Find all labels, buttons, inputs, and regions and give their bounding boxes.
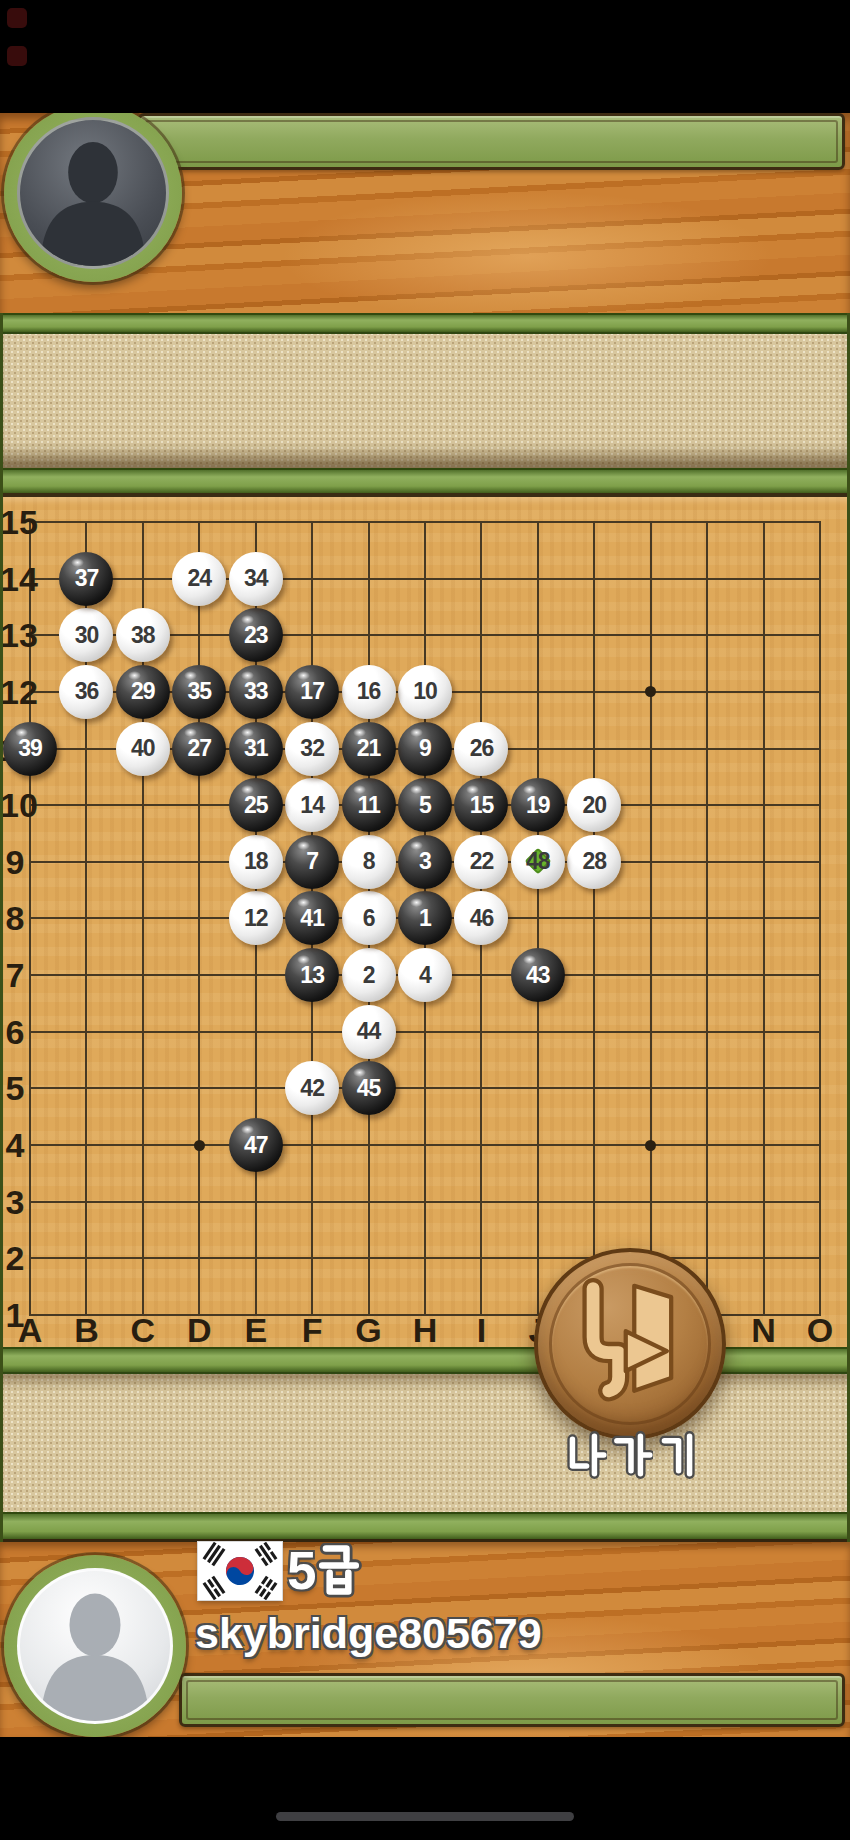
row-label: 10 (0, 788, 30, 822)
row-label: 14 (0, 562, 30, 596)
person-silhouette-icon (20, 1571, 170, 1721)
white-stone-move-38: 38 (116, 608, 170, 662)
black-stone-move-27: 27 (172, 722, 226, 776)
black-stone-move-47: 47 (229, 1118, 283, 1172)
grid-vline (706, 521, 708, 1316)
status-bar (0, 0, 850, 113)
row-label: 6 (0, 1015, 30, 1049)
black-stone-move-9: 9 (398, 722, 452, 776)
white-stone-move-24: 24 (172, 552, 226, 606)
black-stone-move-23: 23 (229, 608, 283, 662)
grid-hline (29, 1144, 821, 1146)
divider-strip-4 (0, 1512, 850, 1542)
white-stone-move-26: 26 (454, 722, 508, 776)
white-stone-move-32: 32 (285, 722, 339, 776)
row-label: 15 (0, 505, 30, 539)
white-stone-move-14: 14 (285, 778, 339, 832)
hangul-na-glyph (563, 1430, 607, 1480)
white-stone-move-22: 22 (454, 835, 508, 889)
black-stone-move-25: 25 (229, 778, 283, 832)
grid-hline (29, 1031, 821, 1033)
white-stone-move-40: 40 (116, 722, 170, 776)
white-stone-move-30: 30 (59, 608, 113, 662)
black-stone-move-39: 39 (3, 722, 57, 776)
column-label: G (352, 1313, 386, 1347)
black-stone-move-35: 35 (172, 665, 226, 719)
star-point (194, 1140, 205, 1151)
grid-hline (29, 1087, 821, 1089)
white-stone-move-2: 2 (342, 948, 396, 1002)
exit-button-label[interactable] (538, 1430, 723, 1480)
grid-vline (537, 521, 539, 1316)
exit-button[interactable] (534, 1248, 726, 1440)
column-label: H (408, 1313, 442, 1347)
avatar-frame (17, 117, 169, 269)
black-stone-move-13: 13 (285, 948, 339, 1002)
divider-strip-1 (0, 313, 850, 334)
bottom-player-name-bar (179, 1673, 845, 1727)
white-stone-move-6: 6 (342, 891, 396, 945)
white-stone-move-10: 10 (398, 665, 452, 719)
hangul-geup-glyph (316, 1543, 362, 1599)
black-stone-move-1: 1 (398, 891, 452, 945)
black-stone-move-19: 19 (511, 778, 565, 832)
grid-hline (29, 1257, 821, 1259)
column-label: B (69, 1313, 103, 1347)
column-label: F (295, 1313, 329, 1347)
column-label: C (126, 1313, 160, 1347)
black-stone-move-21: 21 (342, 722, 396, 776)
grid-vline (819, 521, 821, 1316)
black-stone-move-17: 17 (285, 665, 339, 719)
white-stone-move-34: 34 (229, 552, 283, 606)
white-stone-move-16: 16 (342, 665, 396, 719)
black-stone-move-11: 11 (342, 778, 396, 832)
column-label: E (239, 1313, 273, 1347)
divider-strip-2 (0, 468, 850, 497)
exit-door-arrow-icon (559, 1273, 701, 1415)
bottom-player-avatar[interactable] (4, 1555, 186, 1737)
white-stone-move-36: 36 (59, 665, 113, 719)
row-label: 8 (0, 901, 30, 935)
white-stone-move-20: 20 (567, 778, 621, 832)
row-label: 7 (0, 958, 30, 992)
white-stone-move-42: 42 (285, 1061, 339, 1115)
grid-hline (29, 1201, 821, 1203)
game-board[interactable]: 151413121110987654321ABCDEFGHIJKLMNO1234… (0, 497, 850, 1347)
rank-digit: 5 (287, 1543, 316, 1599)
home-indicator-bar[interactable] (276, 1812, 574, 1821)
black-stone-move-41: 41 (285, 891, 339, 945)
left-edge-trim (0, 313, 3, 1542)
player-rank-badge: 5 (287, 1543, 362, 1599)
white-stone-move-4: 4 (398, 948, 452, 1002)
black-stone-move-45: 45 (342, 1061, 396, 1115)
column-label: D (182, 1313, 216, 1347)
row-label: 5 (0, 1071, 30, 1105)
black-stone-move-3: 3 (398, 835, 452, 889)
white-stone-move-46: 46 (454, 891, 508, 945)
black-stone-move-37: 37 (59, 552, 113, 606)
black-stone-move-33: 33 (229, 665, 283, 719)
black-stone-move-5: 5 (398, 778, 452, 832)
row-label: 13 (0, 618, 30, 652)
column-label: O (803, 1313, 837, 1347)
row-label: 9 (0, 845, 30, 879)
white-stone-move-18: 18 (229, 835, 283, 889)
upper-beige-band (0, 334, 850, 468)
grid-vline (593, 521, 595, 1316)
column-label: N (747, 1313, 781, 1347)
notification-dot-2 (7, 46, 27, 66)
game-screen: 151413121110987654321ABCDEFGHIJKLMNO1234… (0, 0, 850, 1840)
star-point (645, 686, 656, 697)
black-stone-move-7: 7 (285, 835, 339, 889)
avatar-frame (17, 1568, 173, 1724)
white-stone-move-48: 48 (511, 835, 565, 889)
top-player-name-bar (138, 113, 845, 170)
notification-dot-1 (7, 8, 27, 28)
row-label: 4 (0, 1128, 30, 1162)
grid-vline (763, 521, 765, 1316)
column-label: A (13, 1313, 47, 1347)
hangul-ga-glyph (609, 1430, 653, 1480)
south-korea-flag-icon (198, 1542, 282, 1600)
white-stone-move-44: 44 (342, 1005, 396, 1059)
hangul-gi-glyph (655, 1430, 699, 1480)
person-silhouette-icon (20, 120, 166, 266)
row-label: 3 (0, 1185, 30, 1219)
black-stone-move-31: 31 (229, 722, 283, 776)
row-label: 2 (0, 1241, 30, 1275)
white-stone-move-28: 28 (567, 835, 621, 889)
white-stone-move-8: 8 (342, 835, 396, 889)
bottom-black-area (0, 1737, 850, 1840)
star-point (645, 1140, 656, 1151)
column-label: I (464, 1313, 498, 1347)
player-username: skybridge805679 (195, 1610, 542, 1656)
top-player-avatar[interactable] (4, 104, 182, 282)
white-stone-move-12: 12 (229, 891, 283, 945)
row-label: 12 (0, 675, 30, 709)
black-stone-move-43: 43 (511, 948, 565, 1002)
grid-vline (650, 521, 652, 1316)
black-stone-move-29: 29 (116, 665, 170, 719)
black-stone-move-15: 15 (454, 778, 508, 832)
